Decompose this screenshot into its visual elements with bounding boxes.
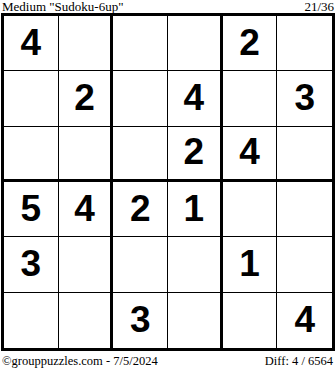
sudoku-cell: 3	[113, 293, 168, 348]
page-header: Medium "Sudoku-6up" 21/36	[2, 0, 334, 13]
footer-copyright: ©grouppuzzles.com - 7/5/2024	[2, 354, 158, 368]
sudoku-cell: 2	[223, 16, 278, 71]
sudoku-cell[interactable]	[4, 71, 59, 126]
sudoku-cell[interactable]	[113, 127, 168, 182]
sudoku-cell: 3	[4, 237, 59, 292]
puzzle-counter: 21/36	[304, 0, 334, 13]
page-title: Medium "Sudoku-6up"	[2, 0, 123, 13]
page-footer: ©grouppuzzles.com - 7/5/2024 Diff: 4 / 6…	[2, 353, 333, 368]
sudoku-cell: 4	[4, 16, 59, 71]
sudoku-cell[interactable]	[223, 182, 278, 237]
sudoku-cell[interactable]	[59, 237, 114, 292]
sudoku-cell: 1	[223, 237, 278, 292]
footer-difficulty: Diff: 4 / 6564	[265, 354, 333, 368]
sudoku-cell[interactable]	[59, 293, 114, 348]
sudoku-cell: 5	[4, 182, 59, 237]
puzzle-page: Medium "Sudoku-6up" 21/36 42243245421313…	[0, 0, 336, 370]
sudoku-cell[interactable]	[113, 16, 168, 71]
sudoku-cell[interactable]	[168, 16, 223, 71]
sudoku-cell[interactable]	[113, 237, 168, 292]
sudoku-cell[interactable]	[59, 127, 114, 182]
sudoku-cell: 1	[168, 182, 223, 237]
sudoku-cell[interactable]	[277, 237, 332, 292]
sudoku-cell[interactable]	[277, 182, 332, 237]
sudoku-cell[interactable]	[168, 293, 223, 348]
sudoku-cell: 4	[277, 293, 332, 348]
sudoku-cell[interactable]	[113, 71, 168, 126]
sudoku-cell: 4	[168, 71, 223, 126]
sudoku-cell: 2	[113, 182, 168, 237]
sudoku-cell[interactable]	[4, 127, 59, 182]
sudoku-cell: 2	[59, 71, 114, 126]
sudoku-cell: 3	[277, 71, 332, 126]
sudoku-cell[interactable]	[223, 71, 278, 126]
sudoku-cell: 2	[168, 127, 223, 182]
sudoku-cell: 4	[223, 127, 278, 182]
sudoku-cell[interactable]	[277, 127, 332, 182]
sudoku-cell[interactable]	[277, 16, 332, 71]
sudoku-cell[interactable]	[59, 16, 114, 71]
sudoku-cell: 4	[59, 182, 114, 237]
sudoku-board: 422432454213134	[1, 13, 335, 351]
sudoku-cell[interactable]	[168, 237, 223, 292]
sudoku-cell[interactable]	[4, 293, 59, 348]
sudoku-cell[interactable]	[223, 293, 278, 348]
